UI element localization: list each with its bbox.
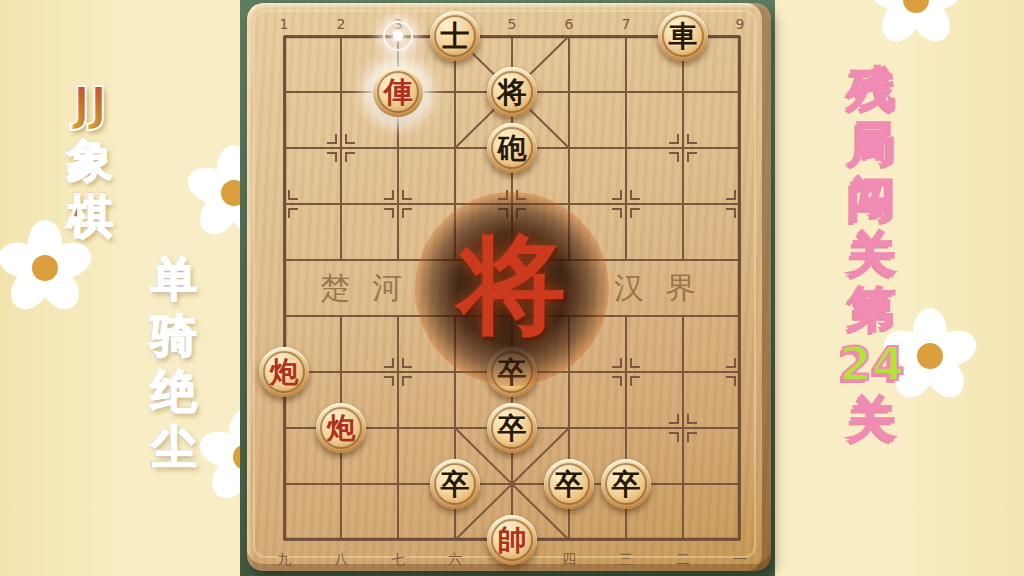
board-grid[interactable]: 楚河 汉界 将 123456789九八七六五四三二一士車俥将砲炮卒炮卒卒卒卒帥: [284, 36, 740, 540]
title-char: 24: [839, 336, 904, 391]
file-label-bottom: 二: [676, 551, 690, 569]
title-char: 骑: [151, 307, 197, 363]
file-label-bottom: 九: [277, 551, 291, 569]
file-label-bottom: 一: [733, 551, 747, 569]
game-scene: 楚河 汉界 将 123456789九八七六五四三二一士車俥将砲炮卒炮卒卒卒卒帥: [240, 0, 775, 576]
level-title: 残局闯关第24关: [839, 61, 904, 446]
title-char: 棋: [67, 188, 113, 244]
move-origin-marker: [383, 21, 413, 51]
title-char: 闯: [849, 171, 896, 226]
xiangqi-board: 楚河 汉界 将 123456789九八七六五四三二一士車俥将砲炮卒炮卒卒卒卒帥: [247, 3, 771, 571]
piece-砲[interactable]: 砲: [487, 123, 537, 173]
piece-俥[interactable]: 俥: [373, 67, 423, 117]
file-label-top: 6: [565, 16, 574, 32]
piece-glyph: 車: [669, 22, 698, 51]
title-char: 河: [372, 268, 402, 309]
piece-炮[interactable]: 炮: [316, 403, 366, 453]
check-glyph: 将: [458, 213, 566, 359]
file-label-top: 2: [337, 16, 346, 32]
river-text-left: 楚河: [320, 268, 402, 309]
river-text-right: 汉界: [614, 268, 696, 309]
title-char: 局: [849, 116, 896, 171]
title-char: 第: [849, 281, 896, 336]
piece-glyph: 帥: [498, 526, 527, 555]
title-char: 单: [151, 251, 197, 307]
file-label-bottom: 八: [334, 551, 348, 569]
file-label-bottom: 三: [619, 551, 633, 569]
title-char: JJ: [73, 76, 107, 132]
piece-卒[interactable]: 卒: [601, 459, 651, 509]
file-label-top: 7: [622, 16, 631, 32]
piece-glyph: 卒: [555, 470, 584, 499]
piece-卒[interactable]: 卒: [487, 403, 537, 453]
piece-glyph: 卒: [498, 414, 527, 443]
piece-炮[interactable]: 炮: [259, 347, 309, 397]
piece-glyph: 炮: [270, 358, 299, 387]
file-label-bottom: 六: [448, 551, 462, 569]
file-label-top: 9: [736, 16, 745, 32]
title-char: 象: [67, 132, 113, 188]
piece-将[interactable]: 将: [487, 67, 537, 117]
title-char: 尘: [151, 419, 197, 475]
piece-帥[interactable]: 帥: [487, 515, 537, 565]
title-char: 楚: [320, 268, 350, 309]
title-char: 关: [849, 226, 896, 281]
title-char: 汉: [614, 268, 644, 309]
piece-卒[interactable]: 卒: [544, 459, 594, 509]
title-char: 残: [849, 61, 896, 116]
piece-glyph: 将: [498, 78, 527, 107]
piece-車[interactable]: 車: [658, 11, 708, 61]
piece-glyph: 炮: [327, 414, 356, 443]
piece-glyph: 卒: [441, 470, 470, 499]
file-label-bottom: 四: [562, 551, 576, 569]
piece-卒[interactable]: 卒: [430, 459, 480, 509]
title-char: 关: [849, 391, 896, 446]
piece-glyph: 卒: [612, 470, 641, 499]
title-char: 界: [666, 268, 696, 309]
file-label-top: 1: [280, 16, 289, 32]
puzzle-subtitle: 单骑绝尘: [151, 251, 197, 475]
title-char: 绝: [151, 363, 197, 419]
piece-glyph: 士: [441, 22, 470, 51]
piece-glyph: 俥: [384, 78, 413, 107]
app-title: JJ象棋: [67, 76, 113, 244]
file-label-top: 5: [508, 16, 517, 32]
piece-士[interactable]: 士: [430, 11, 480, 61]
piece-glyph: 砲: [498, 134, 527, 163]
file-label-bottom: 七: [391, 551, 405, 569]
